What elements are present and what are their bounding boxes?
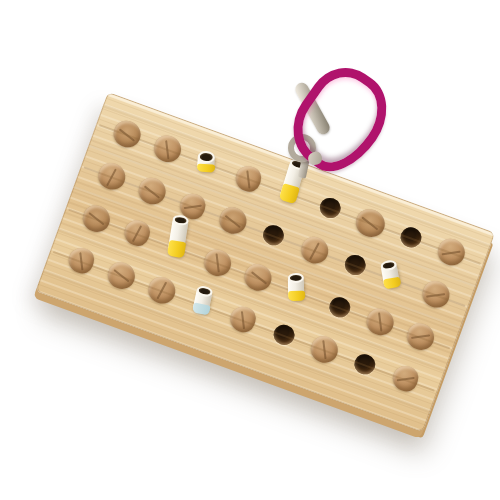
empty-hole — [342, 252, 369, 278]
cork-peg — [419, 278, 453, 312]
cork-peg — [65, 245, 97, 277]
paper-straw-yellow — [167, 216, 189, 257]
cork-peg — [135, 174, 169, 208]
carabiner-body — [277, 54, 404, 186]
cork-peg — [352, 205, 388, 240]
cork-peg — [105, 259, 139, 293]
cork-peg — [79, 202, 113, 236]
cork-peg — [233, 163, 265, 195]
cork-peg — [241, 261, 275, 295]
cork-peg — [434, 236, 468, 270]
cork-peg — [201, 246, 235, 280]
empty-hole — [261, 223, 288, 249]
cork-peg — [389, 363, 421, 395]
paper-straw-yellow — [288, 275, 304, 300]
empty-hole — [397, 225, 424, 251]
cork-peg — [121, 217, 153, 249]
paper-straw-blue — [192, 286, 213, 314]
product-photo — [0, 0, 500, 500]
wooden-pegboard — [35, 92, 495, 432]
cork-peg — [145, 273, 179, 307]
cork-peg — [227, 304, 259, 336]
cork-peg — [307, 332, 341, 366]
paper-straw-yellow — [380, 261, 400, 288]
cork-peg — [95, 160, 129, 194]
paper-straw-yellow — [197, 153, 215, 172]
cork-peg — [216, 204, 250, 238]
carabiner-clip[interactable] — [278, 62, 396, 188]
empty-hole — [326, 294, 353, 320]
empty-hole — [271, 321, 298, 347]
cork-peg — [363, 305, 397, 339]
cork-peg — [404, 320, 438, 354]
cork-peg — [110, 118, 144, 152]
cork-peg — [297, 233, 331, 267]
empty-hole — [352, 351, 379, 377]
cork-peg — [151, 132, 185, 166]
empty-hole — [316, 195, 343, 221]
